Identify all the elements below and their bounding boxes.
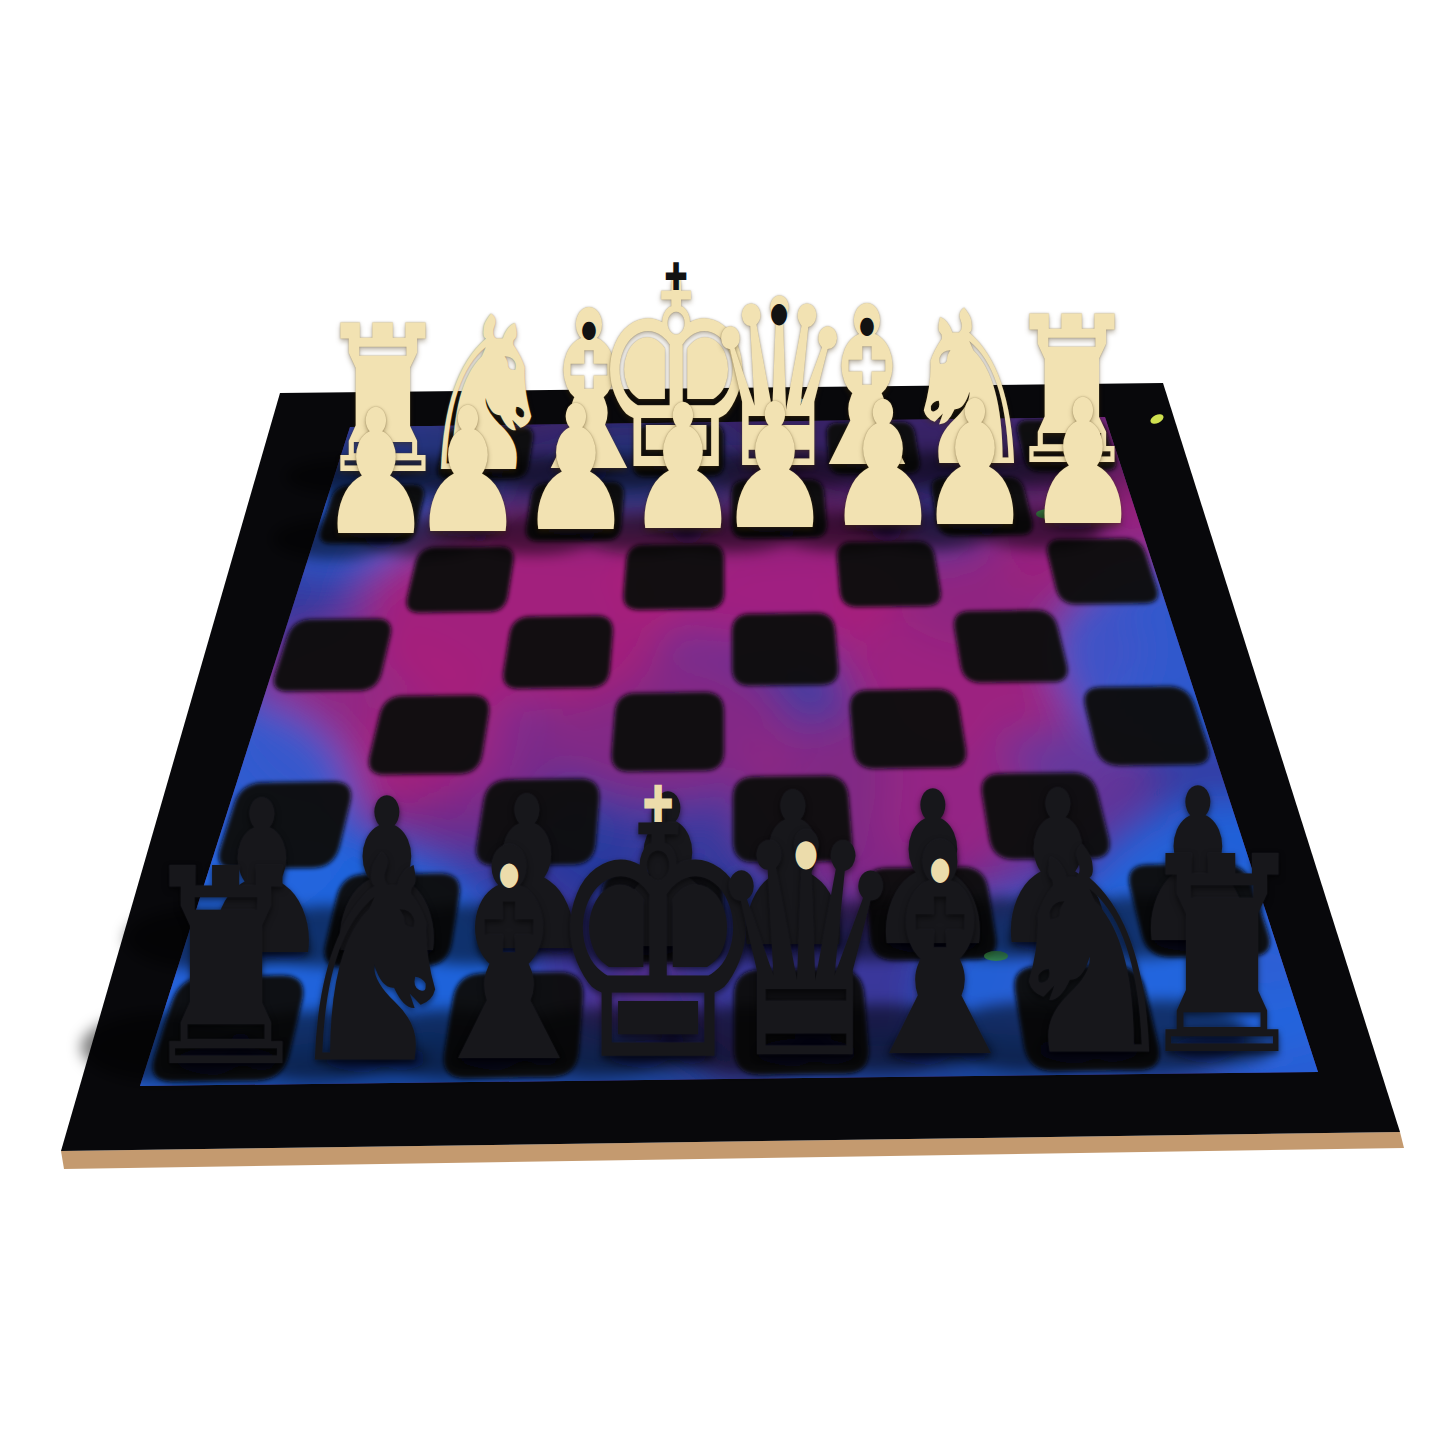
finial-ball: ● [859, 313, 875, 337]
piece-layer: ♜♞♝●♚✚♛●♝●♞♜♟♟♟♟♟♟♟♟♟♟♟♟♟♟♟♟♜♞♝●♚✚♛●♝●♞♜ [0, 0, 1445, 1445]
finial-ball: ● [794, 834, 818, 871]
white-pawn[interactable]: ♟ [411, 385, 526, 558]
pawn-glyph: ♟ [918, 378, 1033, 551]
finial-ball: ● [930, 852, 951, 884]
rook-glyph: ♜ [1132, 821, 1312, 1092]
finial-ball: ● [498, 857, 519, 889]
black-rook[interactable]: ♜ [1132, 821, 1312, 1092]
finial-cross: ✚ [642, 779, 674, 830]
finial-cross: ✚ [665, 259, 689, 297]
pawn-glyph: ♟ [411, 385, 526, 558]
pawn-glyph: ♟ [1025, 377, 1140, 550]
pawn-glyph: ♟ [518, 383, 633, 556]
chess-set-photo: ♜♞♝●♚✚♛●♝●♞♜♟♟♟♟♟♟♟♟♟♟♟♟♟♟♟♟♜♞♝●♚✚♛●♝●♞♜ [0, 0, 1445, 1445]
white-pawn[interactable]: ♟ [918, 378, 1033, 551]
white-pawn[interactable]: ♟ [1025, 377, 1140, 550]
pawn-glyph: ♟ [718, 381, 833, 554]
white-pawn[interactable]: ♟ [518, 383, 633, 556]
white-pawn[interactable]: ♟ [718, 381, 833, 554]
finial-ball: ● [770, 299, 788, 327]
